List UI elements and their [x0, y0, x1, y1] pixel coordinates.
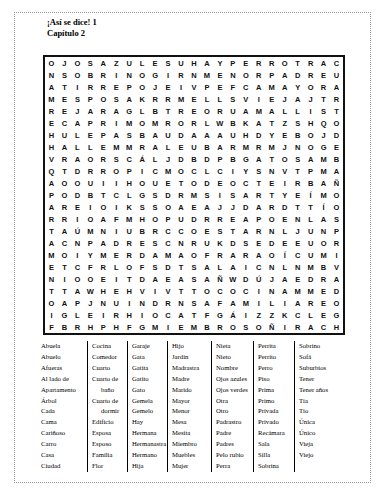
- grid-cell-r11c5: I: [97, 177, 110, 189]
- grid-cell-r22c6: R: [110, 309, 123, 321]
- grid-cell-r19c8: D: [136, 273, 149, 285]
- grid-cell-r6c8: O: [136, 117, 149, 129]
- grid-cell-r15c23: P: [330, 225, 343, 237]
- grid-cell-r18c12: S: [188, 261, 201, 273]
- grid-cell-r20c20: M: [291, 285, 304, 297]
- grid-cell-r8c12: U: [188, 141, 201, 153]
- grid-cell-r15c19: L: [278, 225, 291, 237]
- grid-cell-r17c10: M: [162, 249, 175, 261]
- grid-cell-r7c10: U: [162, 129, 175, 141]
- grid-cell-r12c2: O: [58, 189, 71, 201]
- grid-cell-r15c6: I: [110, 225, 123, 237]
- grid-cell-r22c17: Z: [252, 309, 265, 321]
- grid-cell-r1c2: J: [58, 57, 71, 69]
- grid-cell-r17c22: M: [317, 249, 330, 261]
- grid-cell-r19c3: O: [71, 273, 84, 285]
- grid-cell-r7c8: B: [136, 129, 149, 141]
- word-item: Vieja: [299, 439, 345, 450]
- grid-cell-r15c15: T: [226, 225, 239, 237]
- grid-cell-r15c10: C: [162, 225, 175, 237]
- grid-cell-r7c13: A: [200, 129, 213, 141]
- word-item: Privado: [258, 417, 294, 428]
- grid-cell-r16c4: P: [84, 237, 97, 249]
- grid-cell-r21c4: J: [84, 297, 97, 309]
- grid-cell-r18c8: F: [136, 261, 149, 273]
- grid-cell-r3c13: P: [200, 81, 213, 93]
- word-item: Cocina: [92, 341, 127, 352]
- grid-cell-r11c14: E: [213, 177, 226, 189]
- grid-cell-r10c9: C: [149, 165, 162, 177]
- word-item: Cuarto de dormir: [92, 396, 127, 418]
- grid-cell-r7c4: E: [84, 129, 97, 141]
- grid-cell-r4c14: L: [213, 93, 226, 105]
- grid-cell-r23c11: E: [175, 321, 188, 333]
- grid-cell-r6c7: M: [123, 117, 136, 129]
- word-list-column-1: AbuelaAbueloAfuerasAl lado deApartamento…: [41, 341, 87, 472]
- grid-cell-r5c7: G: [123, 105, 136, 117]
- page-title: ¡Así se dice! 1: [47, 17, 97, 28]
- grid-cell-r3c4: R: [84, 81, 97, 93]
- grid-cell-r21c3: P: [71, 297, 84, 309]
- word-item: Hay: [132, 417, 167, 428]
- grid-cell-r15c3: Ú: [71, 225, 84, 237]
- grid-cell-r14c20: N: [291, 213, 304, 225]
- grid-cell-r21c10: R: [162, 297, 175, 309]
- grid-cell-r2c8: O: [136, 69, 149, 81]
- grid-cell-r17c9: A: [149, 249, 162, 261]
- grid-cell-r8c3: L: [71, 141, 84, 153]
- grid-cell-r6c16: K: [239, 117, 252, 129]
- word-list: AbuelaAbueloAfuerasAl lado deApartamento…: [41, 341, 345, 472]
- grid-cell-r5c16: A: [239, 105, 252, 117]
- word-item: Al lado de: [41, 374, 87, 385]
- grid-cell-r5c20: L: [291, 105, 304, 117]
- grid-cell-r14c9: O: [149, 213, 162, 225]
- grid-cell-r7c21: O: [304, 129, 317, 141]
- grid-cell-r10c6: O: [110, 165, 123, 177]
- grid-cell-r13c16: D: [239, 201, 252, 213]
- grid-cell-r10c21: P: [304, 165, 317, 177]
- grid-cell-r1c20: T: [291, 57, 304, 69]
- grid-cell-r14c16: A: [239, 213, 252, 225]
- grid-cell-r21c18: L: [265, 297, 278, 309]
- grid-cell-r6c12: R: [188, 117, 201, 129]
- grid-cell-r10c11: O: [175, 165, 188, 177]
- grid-cell-r2c10: I: [162, 69, 175, 81]
- grid-cell-r23c14: R: [213, 321, 226, 333]
- word-item: Perro: [258, 363, 294, 374]
- grid-cell-r3c3: I: [71, 81, 84, 93]
- word-item: Ojos verdes: [216, 385, 253, 396]
- grid-cell-r1c15: P: [226, 57, 239, 69]
- word-item: Cada: [41, 406, 87, 417]
- word-item: Mayor: [172, 396, 211, 407]
- grid-cell-r23c21: A: [304, 321, 317, 333]
- grid-cell-r6c11: O: [175, 117, 188, 129]
- grid-cell-r22c10: C: [162, 309, 175, 321]
- grid-cell-r7c14: A: [213, 129, 226, 141]
- grid-cell-r13c12: E: [188, 201, 201, 213]
- grid-cell-r15c5: N: [97, 225, 110, 237]
- grid-cell-r15c9: R: [149, 225, 162, 237]
- grid-cell-r5c11: R: [175, 105, 188, 117]
- grid-cell-r23c5: P: [97, 321, 110, 333]
- grid-cell-r7c3: L: [71, 129, 84, 141]
- grid-cell-r10c10: M: [162, 165, 175, 177]
- grid-cell-r14c15: E: [226, 213, 239, 225]
- grid-cell-r23c8: G: [136, 321, 149, 333]
- grid-cell-r9c12: B: [188, 153, 201, 165]
- grid-cell-r3c19: A: [278, 81, 291, 93]
- grid-cell-r10c3: D: [71, 165, 84, 177]
- grid-cell-r21c13: A: [200, 297, 213, 309]
- grid-cell-r8c7: M: [123, 141, 136, 153]
- grid-cell-r19c7: T: [123, 273, 136, 285]
- grid-cell-r11c8: O: [136, 177, 149, 189]
- grid-cell-r11c20: R: [291, 177, 304, 189]
- grid-cell-r4c18: E: [265, 93, 278, 105]
- word-list-column-5: NietaNietoNombreOjos azulesOjos verdesOt…: [211, 341, 253, 472]
- word-list-column-2: CocinaComedorCuartoCuarto de bañoCuarto …: [87, 341, 127, 472]
- grid-cell-r6c13: L: [200, 117, 213, 129]
- grid-cell-r5c9: B: [149, 105, 162, 117]
- word-item: Nombre: [216, 363, 253, 374]
- grid-cell-r1c11: U: [175, 57, 188, 69]
- word-item: Madre: [172, 374, 211, 385]
- grid-cell-r14c7: M: [123, 213, 136, 225]
- grid-cell-r20c1: T: [45, 285, 58, 297]
- grid-cell-r20c2: T: [58, 285, 71, 297]
- grid-cell-r12c1: P: [45, 189, 58, 201]
- grid-cell-r9c10: J: [162, 153, 175, 165]
- grid-cell-r18c20: N: [291, 261, 304, 273]
- grid-cell-r7c18: Y: [265, 129, 278, 141]
- grid-cell-r23c17: O: [252, 321, 265, 333]
- grid-cell-r1c7: U: [123, 57, 136, 69]
- grid-cell-r14c23: S: [330, 213, 343, 225]
- grid-cell-r9c18: T: [265, 153, 278, 165]
- grid-cell-r17c15: A: [226, 249, 239, 261]
- grid-cell-r1c18: R: [265, 57, 278, 69]
- grid-cell-r21c17: I: [252, 297, 265, 309]
- grid-cell-r2c13: M: [200, 69, 213, 81]
- grid-cell-r23c20: R: [291, 321, 304, 333]
- grid-cell-r2c2: S: [58, 69, 71, 81]
- grid-cell-r16c16: S: [239, 237, 252, 249]
- word-item: Muebles: [172, 450, 211, 461]
- grid-cell-r6c21: H: [304, 117, 317, 129]
- grid-cell-r4c15: S: [226, 93, 239, 105]
- word-item: Sobrino: [299, 341, 345, 352]
- grid-cell-r14c6: F: [110, 213, 123, 225]
- grid-cell-r7c12: A: [188, 129, 201, 141]
- grid-cell-r12c12: M: [188, 189, 201, 201]
- grid-cell-r8c9: A: [149, 141, 162, 153]
- grid-cell-r19c9: A: [149, 273, 162, 285]
- grid-cell-r17c16: R: [239, 249, 252, 261]
- grid-cell-r15c16: A: [239, 225, 252, 237]
- grid-cell-r19c23: A: [330, 273, 343, 285]
- grid-cell-r23c4: H: [84, 321, 97, 333]
- grid-cell-r13c17: A: [252, 201, 265, 213]
- word-item: Hermano: [132, 450, 167, 461]
- grid-cell-r4c22: T: [317, 93, 330, 105]
- grid-cell-r4c5: O: [97, 93, 110, 105]
- word-item: Abuelo: [41, 352, 87, 363]
- grid-cell-r19c16: D: [239, 273, 252, 285]
- grid-cell-r23c23: H: [330, 321, 343, 333]
- grid-cell-r18c7: O: [123, 261, 136, 273]
- grid-cell-r4c16: V: [239, 93, 252, 105]
- grid-cell-r6c14: W: [213, 117, 226, 129]
- grid-cell-r15c1: T: [45, 225, 58, 237]
- grid-cell-r19c12: S: [188, 273, 201, 285]
- word-item: Apartamento: [41, 385, 87, 396]
- grid-cell-r4c2: E: [58, 93, 71, 105]
- grid-cell-r22c14: G: [213, 309, 226, 321]
- grid-cell-r13c3: E: [71, 201, 84, 213]
- grid-cell-r10c20: T: [291, 165, 304, 177]
- word-item: Único: [299, 428, 345, 439]
- grid-cell-r1c12: H: [188, 57, 201, 69]
- grid-cell-r9c23: B: [330, 153, 343, 165]
- grid-cell-r23c15: O: [226, 321, 239, 333]
- grid-cell-r10c17: S: [252, 165, 265, 177]
- grid-cell-r14c4: O: [84, 213, 97, 225]
- grid-cell-r12c6: C: [110, 189, 123, 201]
- grid-cell-r11c21: B: [304, 177, 317, 189]
- word-item: Recámara: [258, 428, 294, 439]
- word-item: Ojos azules: [216, 374, 253, 385]
- grid-cell-r13c13: A: [200, 201, 213, 213]
- grid-cell-r7c22: J: [317, 129, 330, 141]
- grid-cell-r9c7: C: [123, 153, 136, 165]
- grid-cell-r6c15: B: [226, 117, 239, 129]
- grid-cell-r13c8: S: [136, 201, 149, 213]
- grid-cell-r12c11: R: [175, 189, 188, 201]
- grid-cell-r3c16: C: [239, 81, 252, 93]
- grid-cell-r8c10: L: [162, 141, 175, 153]
- grid-cell-r2c5: R: [97, 69, 110, 81]
- grid-cell-r1c5: A: [97, 57, 110, 69]
- worksheet-header: ¡Así se dice! 1 Capítulo 2: [47, 17, 97, 39]
- grid-cell-r21c11: N: [175, 297, 188, 309]
- word-item: Esposo: [92, 439, 127, 450]
- grid-cell-r22c12: T: [188, 309, 201, 321]
- grid-cell-r8c23: E: [330, 141, 343, 153]
- word-item: Casa: [41, 450, 87, 461]
- grid-cell-r17c14: R: [213, 249, 226, 261]
- grid-cell-r7c15: U: [226, 129, 239, 141]
- grid-cell-r3c7: P: [123, 81, 136, 93]
- grid-cell-r7c23: D: [330, 129, 343, 141]
- grid-cell-r23c1: F: [45, 321, 58, 333]
- grid-cell-r13c20: T: [291, 201, 304, 213]
- grid-cell-r7c16: H: [239, 129, 252, 141]
- word-item: Afueras: [41, 363, 87, 374]
- grid-cell-r2c14: E: [213, 69, 226, 81]
- grid-cell-r14c11: U: [175, 213, 188, 225]
- grid-cell-r18c21: M: [304, 261, 317, 273]
- grid-cell-r4c20: A: [291, 93, 304, 105]
- grid-cell-r12c13: S: [200, 189, 213, 201]
- grid-cell-r15c11: C: [175, 225, 188, 237]
- grid-cell-r19c2: I: [58, 273, 71, 285]
- grid-cell-r18c13: A: [200, 261, 213, 273]
- grid-cell-r7c19: E: [278, 129, 291, 141]
- grid-cell-r11c9: U: [149, 177, 162, 189]
- grid-cell-r20c18: N: [265, 285, 278, 297]
- grid-cell-r18c10: D: [162, 261, 175, 273]
- word-item: Carro: [41, 439, 87, 450]
- grid-cell-r11c7: H: [123, 177, 136, 189]
- grid-cell-r5c23: T: [330, 105, 343, 117]
- word-item: Gemela: [132, 396, 167, 407]
- grid-cell-r20c21: M: [304, 285, 317, 297]
- grid-cell-r10c7: P: [123, 165, 136, 177]
- grid-cell-r20c11: T: [175, 285, 188, 297]
- grid-cell-r11c17: T: [252, 177, 265, 189]
- grid-cell-r18c15: A: [226, 261, 239, 273]
- word-item: Primo: [258, 396, 294, 407]
- grid-cell-r16c15: D: [226, 237, 239, 249]
- grid-cell-r18c6: L: [110, 261, 123, 273]
- grid-cell-r13c19: D: [278, 201, 291, 213]
- grid-cell-r23c18: Ñ: [265, 321, 278, 333]
- word-item: Padrastro: [216, 417, 253, 428]
- grid-cell-r4c3: S: [71, 93, 84, 105]
- grid-cell-r20c9: I: [149, 285, 162, 297]
- grid-cell-r4c21: J: [304, 93, 317, 105]
- grid-cell-r4c7: A: [123, 93, 136, 105]
- word-item: Padres: [216, 439, 253, 450]
- word-item: Pelo rubio: [216, 450, 253, 461]
- grid-cell-r14c1: R: [45, 213, 58, 225]
- grid-cell-r10c14: C: [213, 165, 226, 177]
- grid-cell-r12c16: A: [239, 189, 252, 201]
- word-item: Madrastra: [172, 363, 211, 374]
- word-item: Flor: [92, 461, 127, 472]
- grid-cell-r23c19: I: [278, 321, 291, 333]
- grid-cell-r1c21: R: [304, 57, 317, 69]
- grid-cell-r23c22: C: [317, 321, 330, 333]
- word-item: Menor: [172, 406, 211, 417]
- word-item: Mujer: [172, 461, 211, 472]
- grid-cell-r9c4: O: [84, 153, 97, 165]
- grid-cell-r12c17: R: [252, 189, 265, 201]
- word-item: Jardín: [172, 352, 211, 363]
- worksheet-page: ¡Así se dice! 1 Capítulo 2 OJOSAZULESUHA…: [0, 0, 386, 500]
- grid-cell-r17c11: A: [175, 249, 188, 261]
- grid-cell-r5c18: A: [265, 105, 278, 117]
- grid-cell-r8c22: G: [317, 141, 330, 153]
- grid-cell-r14c14: R: [213, 213, 226, 225]
- grid-cell-r3c18: M: [265, 81, 278, 93]
- grid-cell-r12c4: B: [84, 189, 97, 201]
- grid-cell-r21c22: E: [317, 297, 330, 309]
- word-item: Gatita: [132, 363, 167, 374]
- grid-cell-r19c20: E: [291, 273, 304, 285]
- grid-cell-r8c4: L: [84, 141, 97, 153]
- grid-cell-r12c3: D: [71, 189, 84, 201]
- grid-cell-r14c22: A: [317, 213, 330, 225]
- grid-cell-r5c12: E: [188, 105, 201, 117]
- word-item: Gata: [132, 352, 167, 363]
- grid-cell-r10c15: I: [226, 165, 239, 177]
- grid-cell-r7c1: H: [45, 129, 58, 141]
- word-item: Otra: [216, 396, 253, 407]
- grid-cell-r13c18: R: [265, 201, 278, 213]
- grid-cell-r14c17: P: [252, 213, 265, 225]
- grid-cell-r2c22: E: [317, 69, 330, 81]
- grid-cell-r19c5: E: [97, 273, 110, 285]
- word-item: Hermanastra: [132, 439, 167, 450]
- grid-cell-r21c16: M: [239, 297, 252, 309]
- grid-cell-r19c4: O: [84, 273, 97, 285]
- grid-cell-r17c13: F: [200, 249, 213, 261]
- grid-cell-r19c21: D: [304, 273, 317, 285]
- grid-cell-r21c1: O: [45, 297, 58, 309]
- grid-cell-r21c7: I: [123, 297, 136, 309]
- word-item: Miembro: [172, 439, 211, 450]
- grid-cell-r3c23: A: [330, 81, 343, 93]
- grid-cell-r4c19: J: [278, 93, 291, 105]
- grid-cell-r16c10: C: [162, 237, 175, 249]
- grid-cell-r4c13: L: [200, 93, 213, 105]
- grid-cell-r5c2: E: [58, 105, 71, 117]
- grid-cell-r5c17: M: [252, 105, 265, 117]
- grid-cell-r18c5: R: [97, 261, 110, 273]
- grid-cell-r22c15: Á: [226, 309, 239, 321]
- grid-cell-r14c8: H: [136, 213, 149, 225]
- grid-cell-r6c3: A: [71, 117, 84, 129]
- grid-cell-r16c3: N: [71, 237, 84, 249]
- grid-cell-r11c6: I: [110, 177, 123, 189]
- grid-cell-r13c2: R: [58, 201, 71, 213]
- word-item: Perra: [216, 461, 253, 472]
- grid-cell-r23c9: M: [149, 321, 162, 333]
- grid-cell-r18c17: C: [252, 261, 265, 273]
- grid-cell-r11c16: C: [239, 177, 252, 189]
- grid-cell-r4c12: E: [188, 93, 201, 105]
- grid-cell-r21c19: I: [278, 297, 291, 309]
- grid-cell-r15c2: A: [58, 225, 71, 237]
- grid-cell-r17c5: M: [97, 249, 110, 261]
- word-item: Garaje: [132, 341, 167, 352]
- grid-cell-r2c23: U: [330, 69, 343, 81]
- word-item: Piso: [258, 374, 294, 385]
- word-item: Prima: [258, 385, 294, 396]
- grid-cell-r11c3: O: [71, 177, 84, 189]
- grid-cell-r16c22: O: [317, 237, 330, 249]
- grid-cell-r18c11: T: [175, 261, 188, 273]
- word-item: Ciudad: [41, 461, 87, 472]
- grid-cell-r6c6: I: [110, 117, 123, 129]
- grid-cell-r14c13: R: [200, 213, 213, 225]
- grid-cell-r16c2: C: [58, 237, 71, 249]
- word-item: Gemelo: [132, 406, 167, 417]
- grid-cell-r3c17: A: [252, 81, 265, 93]
- grid-cell-r17c8: D: [136, 249, 149, 261]
- grid-cell-r19c14: Ñ: [213, 273, 226, 285]
- grid-cell-r5c4: A: [84, 105, 97, 117]
- grid-cell-r12c22: M: [317, 189, 330, 201]
- grid-cell-r8c21: O: [304, 141, 317, 153]
- word-item: Privada: [258, 406, 294, 417]
- grid-cell-r2c6: I: [110, 69, 123, 81]
- word-item: Hijo: [172, 341, 211, 352]
- grid-cell-r19c22: R: [317, 273, 330, 285]
